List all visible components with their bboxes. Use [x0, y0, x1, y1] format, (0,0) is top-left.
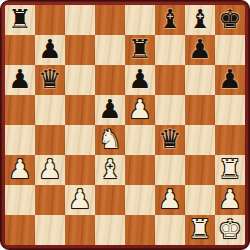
square-d8[interactable] [95, 5, 125, 35]
square-e2[interactable] [125, 185, 155, 215]
white-pawn: ♟ [35, 154, 65, 184]
square-e7[interactable]: ♜ [125, 35, 155, 65]
chess-board: ♜♝♝♚♟♜♟♟♛♟♟♟♟♞♛♟♟♝♜♟♟♟♜♚ [5, 5, 245, 245]
square-f6[interactable] [155, 65, 185, 95]
white-pawn: ♟ [125, 94, 155, 124]
white-pawn: ♟ [5, 154, 35, 184]
square-d5[interactable]: ♟ [95, 95, 125, 125]
square-c7[interactable] [65, 35, 95, 65]
square-c4[interactable] [65, 125, 95, 155]
square-h2[interactable]: ♟ [215, 185, 245, 215]
square-c1[interactable] [65, 215, 95, 245]
square-a8[interactable]: ♜ [5, 5, 35, 35]
black-pawn: ♟ [185, 34, 215, 64]
square-b7[interactable]: ♟ [35, 35, 65, 65]
black-bishop: ♝ [185, 5, 215, 34]
square-b1[interactable] [35, 215, 65, 245]
black-pawn: ♟ [125, 64, 155, 94]
square-a1[interactable] [5, 215, 35, 245]
white-pawn: ♟ [65, 184, 95, 214]
square-h4[interactable] [215, 125, 245, 155]
square-d4[interactable]: ♞ [95, 125, 125, 155]
white-pawn: ♟ [215, 184, 245, 214]
square-d3[interactable]: ♝ [95, 155, 125, 185]
black-rook: ♜ [125, 34, 155, 64]
square-a4[interactable] [5, 125, 35, 155]
square-g8[interactable]: ♝ [185, 5, 215, 35]
square-c8[interactable] [65, 5, 95, 35]
square-f5[interactable] [155, 95, 185, 125]
square-a5[interactable] [5, 95, 35, 125]
square-e4[interactable] [125, 125, 155, 155]
square-h7[interactable] [215, 35, 245, 65]
white-rook: ♜ [185, 214, 215, 244]
white-bishop: ♝ [95, 154, 125, 184]
square-d2[interactable] [95, 185, 125, 215]
square-g3[interactable] [185, 155, 215, 185]
square-h3[interactable]: ♜ [215, 155, 245, 185]
square-b5[interactable] [35, 95, 65, 125]
square-e5[interactable]: ♟ [125, 95, 155, 125]
square-f7[interactable] [155, 35, 185, 65]
square-h8[interactable]: ♚ [215, 5, 245, 35]
square-c2[interactable]: ♟ [65, 185, 95, 215]
square-g5[interactable] [185, 95, 215, 125]
square-d1[interactable] [95, 215, 125, 245]
square-f2[interactable]: ♟ [155, 185, 185, 215]
square-g4[interactable] [185, 125, 215, 155]
black-bishop: ♝ [155, 5, 185, 34]
black-pawn: ♟ [5, 64, 35, 94]
white-rook: ♜ [215, 154, 245, 184]
square-f3[interactable] [155, 155, 185, 185]
square-g6[interactable] [185, 65, 215, 95]
square-a7[interactable] [5, 35, 35, 65]
black-pawn: ♟ [215, 64, 245, 94]
square-a3[interactable]: ♟ [5, 155, 35, 185]
square-f8[interactable]: ♝ [155, 5, 185, 35]
black-pawn: ♟ [35, 34, 65, 64]
square-f1[interactable] [155, 215, 185, 245]
square-h1[interactable]: ♚ [215, 215, 245, 245]
square-e6[interactable]: ♟ [125, 65, 155, 95]
square-h5[interactable] [215, 95, 245, 125]
black-queen: ♛ [155, 124, 185, 154]
chess-board-frame: ♜♝♝♚♟♜♟♟♛♟♟♟♟♞♛♟♟♝♜♟♟♟♜♚ [0, 0, 250, 250]
black-queen: ♛ [35, 64, 65, 94]
square-c5[interactable] [65, 95, 95, 125]
square-d7[interactable] [95, 35, 125, 65]
square-e1[interactable] [125, 215, 155, 245]
square-c6[interactable] [65, 65, 95, 95]
white-pawn: ♟ [155, 184, 185, 214]
square-b2[interactable] [35, 185, 65, 215]
black-king: ♚ [215, 5, 245, 34]
square-b6[interactable]: ♛ [35, 65, 65, 95]
square-b3[interactable]: ♟ [35, 155, 65, 185]
square-a2[interactable] [5, 185, 35, 215]
square-e3[interactable] [125, 155, 155, 185]
white-king: ♚ [215, 214, 245, 244]
square-f4[interactable]: ♛ [155, 125, 185, 155]
square-c3[interactable] [65, 155, 95, 185]
black-pawn: ♟ [95, 94, 125, 124]
square-e8[interactable] [125, 5, 155, 35]
square-g2[interactable] [185, 185, 215, 215]
square-b4[interactable] [35, 125, 65, 155]
square-a6[interactable]: ♟ [5, 65, 35, 95]
square-h6[interactable]: ♟ [215, 65, 245, 95]
square-g7[interactable]: ♟ [185, 35, 215, 65]
square-g1[interactable]: ♜ [185, 215, 215, 245]
square-b8[interactable] [35, 5, 65, 35]
square-d6[interactable] [95, 65, 125, 95]
white-knight: ♞ [95, 124, 125, 154]
black-rook: ♜ [5, 5, 35, 34]
